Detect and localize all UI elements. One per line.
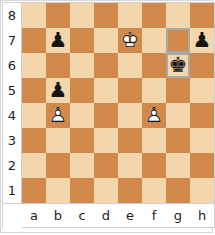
square-c7[interactable] [70, 28, 94, 53]
square-d3[interactable] [94, 128, 118, 153]
chessboard-grid: 87♟♚♔♟6♚5♟4♟♙♟♙321abcdefgh [2, 2, 215, 228]
square-h1[interactable] [190, 178, 214, 203]
square-a1[interactable] [22, 178, 46, 203]
board-corner [3, 203, 23, 228]
square-g6[interactable]: ♚ [166, 53, 190, 78]
square-b1[interactable] [46, 178, 70, 203]
square-e8[interactable] [118, 3, 142, 28]
square-e7[interactable]: ♚♔ [118, 28, 142, 53]
white-pawn-outline-glyph: ♙ [46, 103, 70, 128]
square-c6[interactable] [70, 53, 94, 78]
square-h3[interactable] [190, 128, 214, 153]
file-label-c: c [70, 203, 94, 227]
square-h5[interactable] [190, 78, 214, 103]
square-f6[interactable] [142, 53, 166, 78]
square-c2[interactable] [70, 153, 94, 178]
square-a5[interactable] [22, 78, 46, 103]
square-g7[interactable] [166, 28, 190, 53]
square-d1[interactable] [94, 178, 118, 203]
square-a6[interactable] [22, 53, 46, 78]
square-d7[interactable] [94, 28, 118, 53]
square-g4[interactable] [166, 103, 190, 128]
square-c5[interactable] [70, 78, 94, 103]
black-pawn-glyph: ♟ [190, 28, 214, 53]
square-e5[interactable] [118, 78, 142, 103]
piece-white-pawn[interactable]: ♟♙ [142, 103, 166, 128]
square-h7[interactable]: ♟ [190, 28, 214, 53]
square-c4[interactable] [70, 103, 94, 128]
black-king-glyph: ♚ [166, 53, 190, 78]
square-g2[interactable] [166, 153, 190, 178]
square-b5[interactable]: ♟ [46, 78, 70, 103]
square-h2[interactable] [190, 153, 214, 178]
piece-black-pawn[interactable]: ♟ [46, 28, 70, 53]
square-g1[interactable] [166, 178, 190, 203]
square-a2[interactable] [22, 153, 46, 178]
square-d5[interactable] [94, 78, 118, 103]
square-a3[interactable] [22, 128, 46, 153]
rank-label-6: 6 [3, 53, 22, 78]
square-b6[interactable] [46, 53, 70, 78]
rank-label-2: 2 [3, 153, 22, 178]
file-label-f: f [142, 203, 166, 227]
square-e6[interactable] [118, 53, 142, 78]
black-pawn-glyph: ♟ [46, 28, 70, 53]
rank-label-7: 7 [3, 28, 22, 53]
rank-label-3: 3 [3, 128, 22, 153]
rank-label-1: 1 [3, 178, 22, 203]
square-g3[interactable] [166, 128, 190, 153]
square-g8[interactable] [166, 3, 190, 28]
file-label-e: e [118, 203, 142, 227]
square-f2[interactable] [142, 153, 166, 178]
square-f7[interactable] [142, 28, 166, 53]
white-pawn-outline-glyph: ♙ [142, 103, 166, 128]
square-f8[interactable] [142, 3, 166, 28]
chessboard-widget: 87♟♚♔♟6♚5♟4♟♙♟♙321abcdefgh [0, 0, 213, 233]
rank-label-8: 8 [3, 3, 22, 28]
rank-label-4: 4 [3, 103, 22, 128]
square-d4[interactable] [94, 103, 118, 128]
square-h4[interactable] [190, 103, 214, 128]
file-label-g: g [166, 203, 190, 227]
square-c1[interactable] [70, 178, 94, 203]
square-d8[interactable] [94, 3, 118, 28]
square-a4[interactable] [22, 103, 46, 128]
square-h6[interactable] [190, 53, 214, 78]
square-f4[interactable]: ♟♙ [142, 103, 166, 128]
square-e2[interactable] [118, 153, 142, 178]
square-a8[interactable] [22, 3, 46, 28]
piece-black-pawn[interactable]: ♟ [46, 78, 70, 103]
square-h8[interactable] [190, 3, 214, 28]
square-c3[interactable] [70, 128, 94, 153]
piece-black-king[interactable]: ♚ [166, 53, 190, 78]
file-label-b: b [46, 203, 70, 227]
square-b2[interactable] [46, 153, 70, 178]
square-b4[interactable]: ♟♙ [46, 103, 70, 128]
square-b7[interactable]: ♟ [46, 28, 70, 53]
rank-label-5: 5 [3, 78, 22, 103]
square-b3[interactable] [46, 128, 70, 153]
square-f3[interactable] [142, 128, 166, 153]
piece-white-king[interactable]: ♚♔ [118, 28, 142, 53]
square-e4[interactable] [118, 103, 142, 128]
file-label-h: h [190, 203, 214, 227]
square-d2[interactable] [94, 153, 118, 178]
file-label-d: d [94, 203, 118, 227]
piece-white-pawn[interactable]: ♟♙ [46, 103, 70, 128]
square-b8[interactable] [46, 3, 70, 28]
square-e3[interactable] [118, 128, 142, 153]
square-c8[interactable] [70, 3, 94, 28]
square-e1[interactable] [118, 178, 142, 203]
square-d6[interactable] [94, 53, 118, 78]
square-g5[interactable] [166, 78, 190, 103]
white-king-outline-glyph: ♔ [118, 28, 142, 53]
square-f1[interactable] [142, 178, 166, 203]
file-label-a: a [22, 203, 46, 227]
square-a7[interactable] [22, 28, 46, 53]
square-f5[interactable] [142, 78, 166, 103]
black-pawn-glyph: ♟ [46, 78, 70, 103]
piece-black-pawn[interactable]: ♟ [190, 28, 214, 53]
